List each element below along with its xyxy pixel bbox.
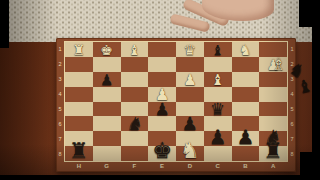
square-b4[interactable] xyxy=(232,87,260,102)
square-e8[interactable]: ♚ xyxy=(148,146,176,161)
file-label-f: F xyxy=(121,162,149,171)
file-label-d: D xyxy=(176,162,204,171)
square-b3[interactable] xyxy=(232,72,260,87)
piece-wP-d3[interactable]: ♟ xyxy=(176,74,204,87)
white-bishop-on-frame[interactable]: ♗ xyxy=(271,54,286,74)
rank-label-right-7: 7 xyxy=(288,131,296,146)
square-c1[interactable]: ♝ xyxy=(204,42,232,57)
rank-label-right-4: 4 xyxy=(288,87,296,102)
square-f1[interactable]: ♝ xyxy=(121,42,149,57)
square-h2[interactable] xyxy=(65,57,93,72)
file-label-b: B xyxy=(232,162,260,171)
piece-wB-c3[interactable]: ♝ xyxy=(204,74,232,87)
piece-wN-d8[interactable]: ♞ xyxy=(176,142,204,161)
square-a4[interactable] xyxy=(259,87,287,102)
square-a8[interactable]: ♜ xyxy=(259,146,287,161)
square-d1[interactable]: ♛ xyxy=(176,42,204,57)
square-b7[interactable]: ♟ xyxy=(232,131,260,146)
file-label-h: H xyxy=(65,162,93,171)
rank-label-right-5: 5 xyxy=(288,102,296,117)
black-bar xyxy=(299,0,320,27)
square-f8[interactable] xyxy=(121,146,149,161)
rank-label-right-1: 1 xyxy=(288,42,296,57)
square-c7[interactable]: ♟ xyxy=(204,131,232,146)
square-b1[interactable]: ♞ xyxy=(232,42,260,57)
chess-board: ♜♚♝♛♝♞♟♟♟♝♟♟♛♞♟♟♟♞♜♚♞♜ 12345678 12345678… xyxy=(56,38,296,172)
piece-bB-c1[interactable]: ♝ xyxy=(204,45,232,57)
piece-bN-f6[interactable]: ♞ xyxy=(121,116,149,132)
black-bar xyxy=(300,152,320,180)
piece-bK-e8[interactable]: ♚ xyxy=(148,142,176,161)
square-b2[interactable] xyxy=(232,57,260,72)
square-c2[interactable] xyxy=(204,57,232,72)
rank-label-right-6: 6 xyxy=(288,116,296,131)
piece-bP-e5[interactable]: ♟ xyxy=(148,102,176,116)
square-g3[interactable]: ♟ xyxy=(93,72,121,87)
rank-label-left-2: 2 xyxy=(56,57,64,72)
square-h4[interactable] xyxy=(65,87,93,102)
square-h8[interactable]: ♜ xyxy=(65,146,93,161)
rank-label-left-7: 7 xyxy=(56,131,64,146)
square-f2[interactable] xyxy=(121,57,149,72)
square-h5[interactable] xyxy=(65,102,93,117)
square-d6[interactable]: ♟ xyxy=(176,116,204,131)
square-h6[interactable] xyxy=(65,116,93,131)
square-e2[interactable] xyxy=(148,57,176,72)
square-c5[interactable]: ♛ xyxy=(204,102,232,117)
square-h1[interactable]: ♜ xyxy=(65,42,93,57)
piece-bP-b7[interactable]: ♟ xyxy=(232,129,260,146)
file-label-c: C xyxy=(204,162,232,171)
square-h3[interactable] xyxy=(65,72,93,87)
square-f4[interactable] xyxy=(121,87,149,102)
square-d2[interactable] xyxy=(176,57,204,72)
file-label-a: A xyxy=(259,162,287,171)
black-bar xyxy=(0,175,320,180)
square-g7[interactable] xyxy=(93,131,121,146)
video-frame: ♜♚♝♛♝♞♟♟♟♝♟♟♛♞♟♟♟♞♜♚♞♜ 12345678 12345678… xyxy=(0,0,320,180)
square-a5[interactable] xyxy=(259,102,287,117)
player-hand xyxy=(158,0,276,44)
square-e5[interactable]: ♟ xyxy=(148,102,176,117)
board-grid: ♜♚♝♛♝♞♟♟♟♝♟♟♛♞♟♟♟♞♜♚♞♜ xyxy=(65,42,287,161)
piece-bP-d6[interactable]: ♟ xyxy=(176,116,204,132)
piece-bP-g3[interactable]: ♟ xyxy=(93,74,121,87)
square-g6[interactable] xyxy=(93,116,121,131)
rank-label-left-1: 1 xyxy=(56,42,64,57)
rank-label-left-4: 4 xyxy=(56,87,64,102)
piece-bP-c7[interactable]: ♟ xyxy=(204,129,232,146)
rank-labels-left: 12345678 xyxy=(56,42,64,161)
square-f6[interactable]: ♞ xyxy=(121,116,149,131)
rank-label-right-8: 8 xyxy=(288,146,296,161)
rank-label-left-8: 8 xyxy=(56,146,64,161)
square-c3[interactable]: ♝ xyxy=(204,72,232,87)
file-label-g: G xyxy=(93,162,121,171)
square-g8[interactable] xyxy=(93,146,121,161)
file-label-e: E xyxy=(148,162,176,171)
rank-label-left-3: 3 xyxy=(56,72,64,87)
piece-wR-h1[interactable]: ♜ xyxy=(65,45,93,57)
square-f3[interactable] xyxy=(121,72,149,87)
rank-label-left-5: 5 xyxy=(56,102,64,117)
piece-bQ-c5[interactable]: ♛ xyxy=(204,102,232,116)
piece-bR-h8[interactable]: ♜ xyxy=(65,142,93,161)
square-g5[interactable] xyxy=(93,102,121,117)
black-bar xyxy=(0,0,9,48)
square-d3[interactable]: ♟ xyxy=(176,72,204,87)
piece-wB-f1[interactable]: ♝ xyxy=(121,45,149,57)
piece-wQ-d1[interactable]: ♛ xyxy=(176,45,204,57)
piece-wN-b1[interactable]: ♞ xyxy=(232,45,260,57)
square-e1[interactable] xyxy=(148,42,176,57)
file-labels-bottom: HGFEDCBA xyxy=(65,162,287,171)
square-g1[interactable]: ♚ xyxy=(93,42,121,57)
piece-wK-g1[interactable]: ♚ xyxy=(93,45,121,57)
square-b5[interactable] xyxy=(232,102,260,117)
rank-label-left-6: 6 xyxy=(56,116,64,131)
piece-bR-a8[interactable]: ♜ xyxy=(259,142,287,161)
square-d8[interactable]: ♞ xyxy=(176,146,204,161)
square-g2[interactable] xyxy=(93,57,121,72)
